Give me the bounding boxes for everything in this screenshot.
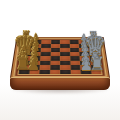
square-a7 [80, 70, 91, 75]
square-a2 [29, 70, 40, 75]
square-a8 [91, 70, 102, 75]
square-a3 [39, 70, 50, 75]
square-a1 [18, 70, 29, 75]
square-a5 [60, 70, 70, 75]
square-a4 [50, 70, 60, 75]
square-a6 [70, 70, 81, 75]
chess-board [10, 37, 110, 78]
chess-set-photo: ♜♟♟♜♞♟♟♞♝♟♟♝♚♟♟♚♛♟♟♛♝♟♟♝♞♟♟♞♜♟♟♜ [0, 0, 120, 120]
board-box-side [10, 77, 110, 90]
board-grid [17, 40, 102, 75]
